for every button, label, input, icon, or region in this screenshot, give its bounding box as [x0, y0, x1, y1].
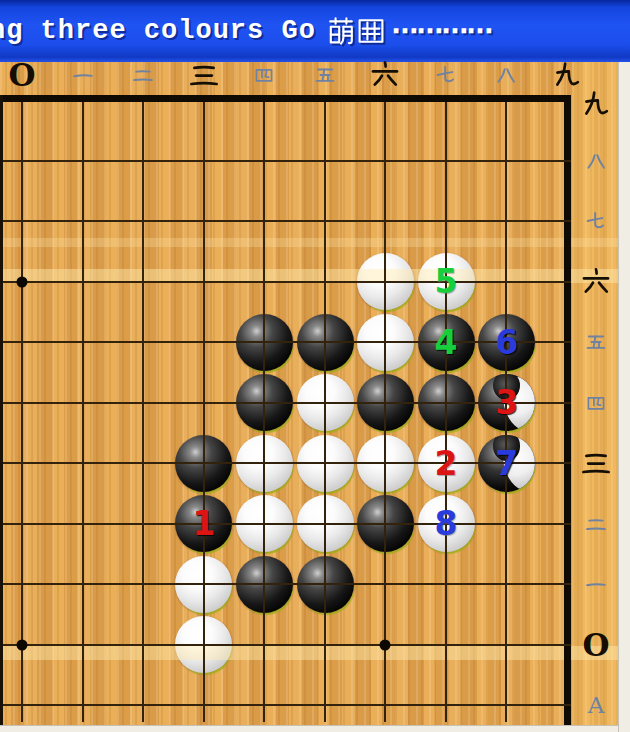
row-label-6: [581, 448, 611, 478]
grid-hline: [0, 281, 571, 283]
title-bar[interactable]: ng three colours Go ⋯⋯⋯⋯: [0, 0, 630, 62]
column-label-7: [435, 65, 456, 86]
star-point: [380, 639, 391, 650]
grid-hline: [0, 220, 571, 222]
row-label-4: [586, 332, 607, 353]
grid-hline: [0, 160, 571, 162]
grid-vline: [263, 95, 265, 722]
column-label-2: [133, 65, 154, 86]
kanji-g5-icon: [586, 332, 607, 353]
grid-vline: [82, 95, 84, 722]
grid-vline: [384, 95, 386, 722]
board-right-edge-line: [564, 95, 571, 725]
row-label-0: [581, 89, 611, 119]
stone-black[interactable]: 4: [418, 314, 475, 371]
board-top-edge-line: [0, 95, 571, 102]
grid-vline: [21, 95, 23, 722]
stone-taiji[interactable]: 3: [478, 374, 535, 431]
kanji-g6-icon: [370, 60, 400, 90]
move-number: 7: [478, 435, 535, 492]
column-label-6: [370, 60, 400, 90]
title-kanji-icon: [326, 16, 386, 46]
grid-vline: [203, 95, 205, 722]
column-label-4: [254, 65, 275, 86]
window-edge-right: [618, 62, 630, 732]
kanji-g9-icon: [581, 89, 611, 119]
grid-hline: [0, 704, 571, 706]
kanji-wei-icon: [356, 16, 386, 46]
column-label-1: [72, 65, 93, 86]
row-label-2: [586, 211, 607, 232]
kanji-meng-icon: [326, 16, 356, 46]
stone-white[interactable]: 2: [418, 435, 475, 492]
kanji-g9-icon: [552, 60, 582, 90]
kanji-g4-icon: [254, 65, 275, 86]
column-label-9: [552, 60, 582, 90]
kanji-g4-icon: [586, 392, 607, 413]
column-label-5: [314, 65, 335, 86]
kanji-g7-icon: [586, 211, 607, 232]
wood-grain-band: [0, 646, 618, 660]
kanji-g2-icon: [133, 65, 154, 86]
grid-vline: [142, 95, 144, 722]
star-point: [17, 639, 28, 650]
column-label-0: O: [8, 57, 35, 93]
stone-white[interactable]: 5: [418, 253, 475, 310]
kanji-g8-icon: [586, 150, 607, 171]
move-number: 8: [418, 495, 475, 552]
kanji-g1-icon: [72, 65, 93, 86]
move-number: 5: [418, 253, 475, 310]
kanji-g7-icon: [435, 65, 456, 86]
row-label-7: [586, 513, 607, 534]
stone-taiji[interactable]: 7: [478, 435, 535, 492]
column-label-8: [496, 65, 517, 86]
move-number: 2: [418, 435, 475, 492]
move-number: 1: [175, 495, 232, 552]
grid-vline: [324, 95, 326, 722]
move-number: 6: [478, 314, 535, 371]
window-edge-bottom: [0, 725, 618, 732]
board-wood: 54632718 OOA: [0, 62, 618, 725]
kanji-g5-icon: [314, 65, 335, 86]
wood-grain-band: [0, 238, 618, 247]
kanji-g3-icon: [189, 60, 219, 90]
grid-hline: [0, 644, 571, 646]
stone-black[interactable]: 6: [478, 314, 535, 371]
kanji-g1-icon: [586, 574, 607, 595]
kanji-g3-icon: [581, 448, 611, 478]
row-label-5: [586, 392, 607, 413]
window-edge-left: [0, 95, 3, 725]
latin-label: O: [582, 627, 609, 663]
kanji-g2-icon: [586, 513, 607, 534]
latin-label: O: [8, 57, 35, 93]
row-label-3: [581, 267, 611, 297]
move-number: 4: [418, 314, 475, 371]
window-title-text: ng three colours Go: [0, 16, 316, 46]
stone-white[interactable]: 8: [418, 495, 475, 552]
grid-hline: [0, 523, 571, 525]
kanji-g6-icon: [581, 267, 611, 297]
stone-black[interactable]: 1: [175, 495, 232, 552]
game-window: ng three colours Go ⋯⋯⋯⋯ 54632718 OOA: [0, 0, 630, 732]
star-point: [17, 276, 28, 287]
kanji-g8-icon: [496, 65, 517, 86]
grid-hline: [0, 583, 571, 585]
column-label-3: [189, 60, 219, 90]
latin-label: A: [588, 692, 605, 718]
row-label-8: [586, 574, 607, 595]
row-label-9: O: [582, 627, 609, 663]
grid-vline: [445, 95, 447, 722]
row-label-10: A: [588, 692, 605, 718]
move-number: 3: [478, 374, 535, 431]
row-label-1: [586, 150, 607, 171]
window-title-dots: ⋯⋯⋯⋯: [392, 16, 492, 46]
